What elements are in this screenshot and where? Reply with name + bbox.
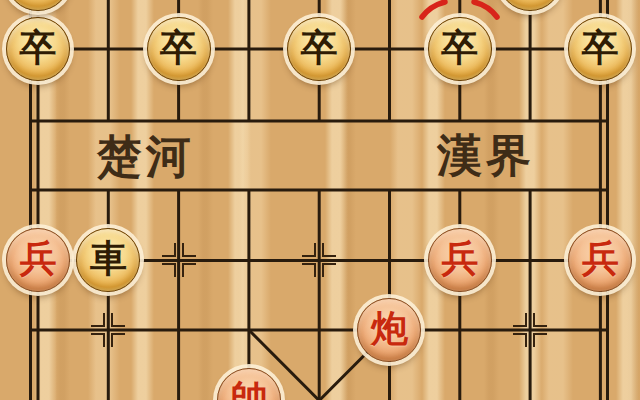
marker-corner-left — [422, 2, 445, 17]
marker-corner-right — [474, 2, 497, 17]
xiangqi-board[interactable]: 楚河 漢界 卒卒卒卒卒車兵兵兵炮帥 — [0, 0, 640, 400]
selected-point-marker — [0, 0, 640, 400]
